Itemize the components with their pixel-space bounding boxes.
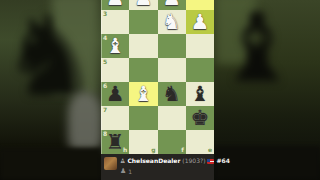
blurred-background-right: ♝ [214,0,320,180]
player-avatar[interactable] [104,157,117,170]
rank-label-5: 5 [103,59,107,65]
square-e5[interactable] [186,58,214,82]
piece-white-knight-f3[interactable]: ♞ [158,10,186,34]
piece-white-pawn-f2[interactable]: ♟ [158,0,186,10]
file-label-e: e [208,147,212,153]
blurred-gray-piece [68,92,101,150]
square-e6[interactable]: ♝ [186,82,214,106]
square-g4[interactable] [129,34,157,58]
material-count: 1 [128,169,132,175]
piece-black-king-e7[interactable]: ♚ [186,106,214,130]
square-h3[interactable]: 3 [101,10,129,34]
file-label-h: h [123,147,127,153]
video-frame: ♞ ♝ ♟♟♟3♞♟4♝56♟♝♞♝7♚8h♜gfe ♙ ChelseanDea… [0,0,320,180]
square-g2[interactable]: ♟ [129,0,157,10]
chess-board[interactable]: ♟♟♟3♞♟4♝56♟♝♞♝7♚8h♜gfe [101,0,214,154]
file-label-f: f [181,147,184,153]
square-g8[interactable]: g [129,130,157,154]
square-g3[interactable] [129,10,157,34]
square-g7[interactable] [129,106,157,130]
square-h8[interactable]: 8h♜ [101,130,129,154]
square-h5[interactable]: 5 [101,58,129,82]
rank-label-4: 4 [103,35,107,41]
file-label-g: g [151,147,155,153]
square-g5[interactable] [129,58,157,82]
player-rating: (1903?) [182,158,205,164]
square-h2[interactable]: ♟ [101,0,129,10]
square-f2[interactable]: ♟ [158,0,186,10]
piece-black-bishop-e6[interactable]: ♝ [186,82,214,106]
player-username[interactable]: ChelseanDealer [127,158,180,164]
piece-white-pawn-g2[interactable]: ♟ [129,0,157,10]
square-e7[interactable]: ♚ [186,106,214,130]
square-f6[interactable]: ♞ [158,82,186,106]
piece-white-bishop-g6[interactable]: ♝ [129,82,157,106]
square-h7[interactable]: 7 [101,106,129,130]
video-column: ♟♟♟3♞♟4♝56♟♝♞♝7♚8h♜gfe ♙ ChelseanDealer … [101,0,214,180]
rank-label-7: 7 [103,107,107,113]
square-h6[interactable]: 6♟ [101,82,129,106]
square-g6[interactable]: ♝ [129,82,157,106]
captured-pawn-icon: ♟ [120,168,126,175]
square-e2[interactable] [186,0,214,10]
us-flag-icon [207,159,214,164]
blurred-bar-left [0,148,101,180]
square-f3[interactable]: ♞ [158,10,186,34]
square-f7[interactable] [158,106,186,130]
player-rank-badge: #64 [216,158,229,164]
square-e3[interactable]: ♟ [186,10,214,34]
blurred-background-left: ♞ [0,0,101,180]
player-flair-icon: ♙ [120,158,125,164]
piece-black-knight-f6[interactable]: ♞ [158,82,186,106]
piece-white-pawn-e3[interactable]: ♟ [186,10,214,34]
rank-label-3: 3 [103,11,107,17]
square-f5[interactable] [158,58,186,82]
square-f8[interactable]: f [158,130,186,154]
rank-label-6: 6 [103,83,107,89]
square-f4[interactable] [158,34,186,58]
piece-white-pawn-h2[interactable]: ♟ [101,0,129,10]
blurred-bishop-icon: ♝ [214,0,320,96]
player-bar: ♙ ChelseanDealer (1903?) #64 ♟ 1 [101,154,214,180]
square-e4[interactable] [186,34,214,58]
square-e8[interactable]: e [186,130,214,154]
blurred-bar-right [214,146,320,180]
square-h4[interactable]: 4♝ [101,34,129,58]
rank-label-8: 8 [103,131,107,137]
